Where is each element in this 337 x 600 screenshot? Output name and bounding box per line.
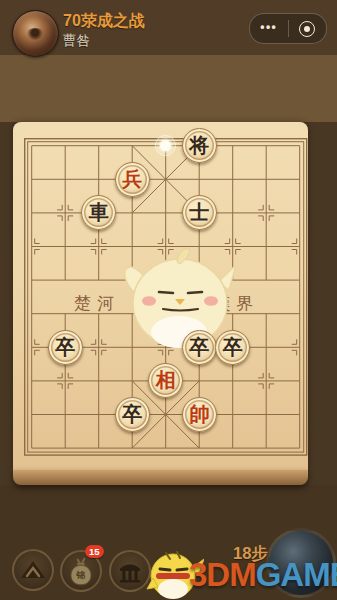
piece-glyph: 卒 [189, 334, 209, 361]
avatar [12, 10, 59, 57]
player-name: 曹咎 [63, 32, 90, 50]
level-title: 70荥成之战 [63, 11, 145, 32]
more-icon: ••• [260, 20, 277, 38]
svg-text:锦: 锦 [76, 570, 86, 580]
piece-glyph: 卒 [223, 334, 243, 361]
hint-count-badge: 15 [85, 545, 104, 558]
more-button[interactable]: ••• [250, 14, 288, 43]
piece-glyph: 兵 [122, 166, 142, 193]
close-button[interactable] [289, 14, 327, 43]
piece-卒[interactable]: 卒 [182, 330, 217, 365]
piece-卒[interactable]: 卒 [115, 397, 150, 432]
piece-glyph: 士 [189, 199, 209, 226]
watermark-3dm: 3DM [189, 556, 256, 593]
pieces-layer: 将兵車士卒卒卒相卒帥 [13, 122, 308, 470]
pavilion-icon [114, 555, 146, 587]
menu-button[interactable] [12, 549, 54, 591]
watermark-game: GAME [256, 556, 337, 593]
xiangqi-board[interactable]: 楚河 漢界 将兵車士卒卒卒相卒帥 [13, 122, 308, 470]
piece-glyph: 卒 [122, 401, 142, 428]
piece-glyph: 将 [189, 132, 209, 159]
watermark: 3DMGAME [189, 556, 337, 594]
money-bag-icon: 锦 [64, 554, 98, 588]
piece-士[interactable]: 士 [182, 195, 217, 230]
app-screen: 70荥成之战 曹咎 ••• 楚河 漢界 [0, 0, 337, 600]
piece-glyph: 車 [89, 199, 109, 226]
piece-卒[interactable]: 卒 [215, 330, 250, 365]
piece-将[interactable]: 将 [182, 128, 217, 163]
piece-glyph: 卒 [55, 334, 75, 361]
wood-band [0, 55, 337, 122]
move-indicator-dot [161, 141, 170, 150]
piece-車[interactable]: 車 [81, 195, 116, 230]
board-edge [13, 470, 308, 485]
target-icon [299, 21, 315, 37]
piece-相[interactable]: 相 [148, 363, 183, 398]
piece-卒[interactable]: 卒 [48, 330, 83, 365]
chevron-up-icon [18, 555, 48, 585]
wechat-capsule: ••• [249, 13, 327, 44]
piece-兵[interactable]: 兵 [115, 162, 150, 197]
piece-glyph: 帥 [189, 401, 209, 428]
help-button[interactable] [109, 550, 151, 592]
piece-glyph: 相 [156, 367, 176, 394]
piece-帥[interactable]: 帥 [182, 397, 217, 432]
